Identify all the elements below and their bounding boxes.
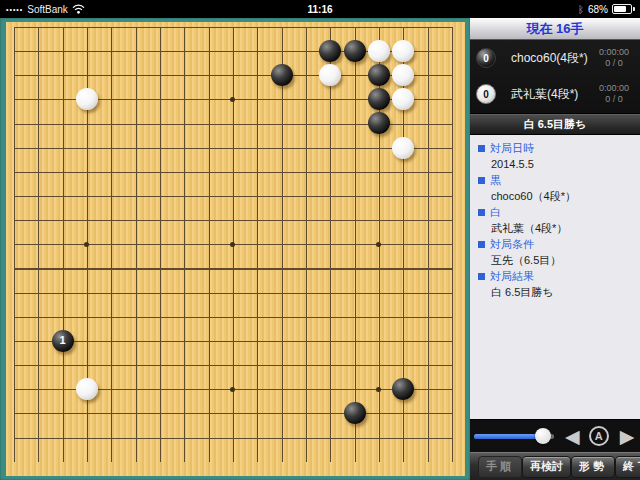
player-row-black: 0 choco60(4段*) 0:00:00 0 / 0 bbox=[470, 40, 640, 76]
black-time-sub: 0 / 0 bbox=[605, 58, 623, 68]
bullet-square-icon bbox=[478, 177, 485, 184]
action-bar: 手順 再検討 形勢 終了 bbox=[470, 452, 640, 480]
app-root: ••••• SoftBank 11:16 ᛒ 68% 1 bbox=[0, 0, 640, 480]
step-back-button[interactable]: ◀ bbox=[565, 427, 580, 446]
black-time-main: 0:00:00 bbox=[599, 47, 629, 57]
moves-button[interactable]: 手順 bbox=[478, 456, 522, 478]
info-label-text: 対局条件 bbox=[490, 237, 534, 252]
stone-white bbox=[368, 40, 390, 62]
clock: 11:16 bbox=[0, 4, 640, 15]
black-player-time: 0:00:00 0 / 0 bbox=[594, 47, 634, 69]
step-forward-button[interactable]: ▶ bbox=[620, 427, 635, 446]
stone-white bbox=[392, 64, 414, 86]
info-value-result: 白 6.5目勝ち bbox=[478, 284, 632, 300]
slider-thumb[interactable] bbox=[535, 428, 551, 444]
playback-bar: ◀ A ▶ bbox=[470, 419, 640, 452]
sidebar: 現在 16手 0 choco60(4段*) 0:00:00 0 / 0 0 武礼… bbox=[470, 18, 640, 480]
auto-play-button[interactable]: A bbox=[589, 426, 609, 446]
goban[interactable]: 1 bbox=[6, 22, 465, 476]
info-value-black: choco60（4段*） bbox=[478, 188, 632, 204]
info-value-white: 武礼葉（4段*） bbox=[478, 220, 632, 236]
progress-slider[interactable] bbox=[474, 434, 554, 439]
move-number-label: 1 bbox=[60, 335, 66, 346]
player-panel: 0 choco60(4段*) 0:00:00 0 / 0 0 武礼葉(4段*) … bbox=[470, 40, 640, 114]
bullet-square-icon bbox=[478, 145, 485, 152]
stone-black bbox=[368, 64, 390, 86]
estimate-button[interactable]: 形勢 bbox=[571, 456, 615, 478]
slider-fill bbox=[474, 434, 543, 439]
stone-white bbox=[392, 88, 414, 110]
stone-black bbox=[368, 112, 390, 134]
info-label-text: 白 bbox=[490, 205, 501, 220]
status-right: ᛒ 68% bbox=[578, 4, 635, 15]
stone-white bbox=[76, 88, 98, 110]
stone-black bbox=[319, 40, 341, 62]
stone-white bbox=[319, 64, 341, 86]
white-time-sub: 0 / 0 bbox=[605, 94, 623, 104]
stone-white bbox=[76, 378, 98, 400]
info-label-date: 対局日時 bbox=[478, 140, 632, 156]
info-label-conditions: 対局条件 bbox=[478, 236, 632, 252]
white-player-time: 0:00:00 0 / 0 bbox=[594, 83, 634, 105]
stone-black bbox=[344, 402, 366, 424]
result-bar: 白 6.5目勝ち bbox=[470, 114, 640, 135]
game-info-panel: 対局日時 2014.5.5 黒 choco60（4段*） 白 武礼葉（4段*） … bbox=[470, 135, 640, 305]
white-time-main: 0:00:00 bbox=[599, 83, 629, 93]
white-captures-badge: 0 bbox=[476, 84, 496, 104]
current-move-header: 現在 16手 bbox=[470, 18, 640, 40]
info-label-text: 黒 bbox=[490, 173, 501, 188]
black-player-name: choco60(4段*) bbox=[511, 50, 594, 67]
info-value-conditions: 互先（6.5目） bbox=[478, 252, 632, 268]
stones-grid: 1 bbox=[2, 15, 464, 474]
stone-white bbox=[392, 137, 414, 159]
player-row-white: 0 武礼葉(4段*) 0:00:00 0 / 0 bbox=[470, 76, 640, 112]
info-label-text: 対局日時 bbox=[490, 141, 534, 156]
stone-white bbox=[392, 40, 414, 62]
bullet-square-icon bbox=[478, 241, 485, 248]
stone-black bbox=[344, 40, 366, 62]
end-button[interactable]: 終了 bbox=[615, 456, 640, 478]
bluetooth-icon: ᛒ bbox=[578, 4, 584, 15]
board-frame: 1 bbox=[0, 18, 470, 480]
battery-icon bbox=[612, 4, 635, 14]
battery-percent: 68% bbox=[588, 4, 608, 15]
info-label-result: 対局結果 bbox=[478, 268, 632, 284]
stone-black bbox=[271, 64, 293, 86]
review-button[interactable]: 再検討 bbox=[522, 456, 571, 478]
black-captures-badge: 0 bbox=[476, 48, 496, 68]
white-player-name: 武礼葉(4段*) bbox=[511, 86, 594, 103]
info-value-date: 2014.5.5 bbox=[478, 156, 632, 172]
info-label-black: 黒 bbox=[478, 172, 632, 188]
stone-black bbox=[392, 378, 414, 400]
info-label-text: 対局結果 bbox=[490, 269, 534, 284]
stone-black bbox=[368, 88, 390, 110]
bullet-square-icon bbox=[478, 273, 485, 280]
stone-black: 1 bbox=[52, 330, 74, 352]
bullet-square-icon bbox=[478, 209, 485, 216]
info-label-white: 白 bbox=[478, 204, 632, 220]
